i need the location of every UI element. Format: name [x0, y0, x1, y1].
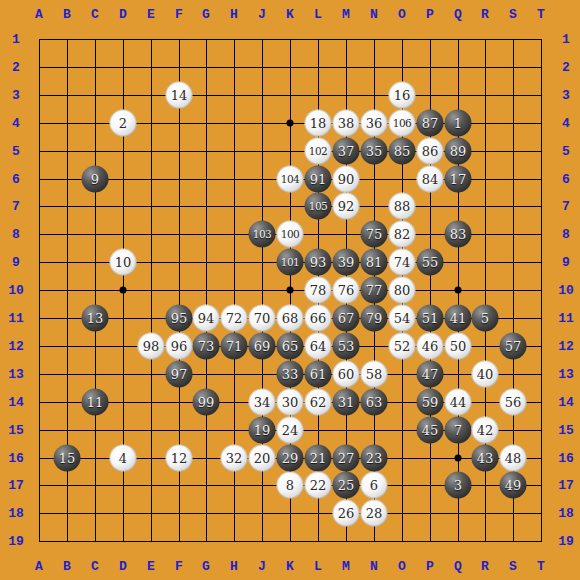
- stone-white-h11-move-72: 72: [221, 305, 248, 332]
- row-label-left: 10: [8, 284, 24, 297]
- stone-black-n9-move-81: 81: [361, 249, 388, 276]
- row-label-right: 13: [558, 368, 574, 381]
- stone-black-l16-move-21: 21: [305, 445, 332, 472]
- column-label-top: A: [35, 8, 43, 21]
- column-label-bottom: S: [509, 560, 517, 573]
- stone-black-c14-move-11: 11: [82, 389, 109, 416]
- stone-black-m11-move-67: 67: [333, 305, 360, 332]
- stone-black-k13-move-33: 33: [277, 361, 304, 388]
- stone-white-p5-move-86: 86: [417, 138, 444, 165]
- column-label-bottom: M: [342, 560, 350, 573]
- stone-black-o5-move-85: 85: [389, 138, 416, 165]
- column-label-top: G: [202, 8, 210, 21]
- stone-black-q11-move-41: 41: [445, 305, 472, 332]
- row-label-right: 12: [558, 340, 574, 353]
- column-label-top: M: [342, 8, 350, 21]
- row-label-right: 19: [558, 535, 574, 548]
- column-label-bottom: E: [147, 560, 155, 573]
- stone-black-h12-move-71: 71: [221, 333, 248, 360]
- stone-black-l7-move-105: 105: [305, 193, 332, 220]
- row-label-left: 4: [12, 117, 20, 130]
- column-label-top: D: [119, 8, 127, 21]
- stone-white-r15-move-42: 42: [472, 417, 499, 444]
- stone-white-m10-move-76: 76: [333, 277, 360, 304]
- row-label-left: 16: [8, 452, 24, 465]
- stone-black-m14-move-31: 31: [333, 389, 360, 416]
- stone-black-q6-move-17: 17: [445, 166, 472, 193]
- stone-black-m12-move-53: 53: [333, 333, 360, 360]
- stone-white-l17-move-22: 22: [305, 472, 332, 499]
- stone-white-m7-move-92: 92: [333, 193, 360, 220]
- row-label-right: 3: [562, 89, 570, 102]
- stone-black-n11-move-79: 79: [361, 305, 388, 332]
- stone-white-k11-move-68: 68: [277, 305, 304, 332]
- column-label-top: T: [537, 8, 545, 21]
- row-label-left: 1: [12, 33, 20, 46]
- row-label-left: 15: [8, 424, 24, 437]
- star-point-q10: [455, 287, 462, 294]
- stone-black-n10-move-77: 77: [361, 277, 388, 304]
- column-label-top: O: [398, 8, 406, 21]
- stone-white-h16-move-32: 32: [221, 445, 248, 472]
- column-label-top: R: [481, 8, 489, 21]
- grid-line: [39, 513, 542, 514]
- stone-black-m5-move-37: 37: [333, 138, 360, 165]
- row-label-right: 5: [562, 145, 570, 158]
- row-label-right: 2: [562, 61, 570, 74]
- column-label-top: H: [230, 8, 238, 21]
- stone-white-o11-move-54: 54: [389, 305, 416, 332]
- stone-white-n17-move-6: 6: [361, 472, 388, 499]
- row-label-right: 1: [562, 33, 570, 46]
- grid-line: [541, 39, 542, 542]
- stone-white-k6-move-104: 104: [277, 166, 304, 193]
- stone-black-l6-move-91: 91: [305, 166, 332, 193]
- stone-black-m9-move-39: 39: [333, 249, 360, 276]
- row-label-left: 18: [8, 507, 24, 520]
- stone-white-n13-move-58: 58: [361, 361, 388, 388]
- stone-white-f3-move-14: 14: [166, 82, 193, 109]
- stone-black-q4-move-1: 1: [445, 110, 472, 137]
- stone-black-c11-move-13: 13: [82, 305, 109, 332]
- column-label-bottom: K: [286, 560, 294, 573]
- stone-black-j8-move-103: 103: [249, 221, 276, 248]
- column-label-top: B: [63, 8, 71, 21]
- stone-white-k17-move-8: 8: [277, 472, 304, 499]
- column-label-bottom: A: [35, 560, 43, 573]
- stone-black-s12-move-57: 57: [500, 333, 527, 360]
- row-label-left: 19: [8, 535, 24, 548]
- column-label-bottom: T: [537, 560, 545, 573]
- stone-black-j12-move-69: 69: [249, 333, 276, 360]
- stone-white-l5-move-102: 102: [305, 138, 332, 165]
- stone-black-s17-move-49: 49: [500, 472, 527, 499]
- stone-white-k8-move-100: 100: [277, 221, 304, 248]
- stone-white-n18-move-28: 28: [361, 500, 388, 527]
- stone-white-n4-move-36: 36: [361, 110, 388, 137]
- stone-white-m13-move-60: 60: [333, 361, 360, 388]
- stone-white-l10-move-78: 78: [305, 277, 332, 304]
- column-label-top: S: [509, 8, 517, 21]
- row-label-right: 16: [558, 452, 574, 465]
- stone-white-m18-move-26: 26: [333, 500, 360, 527]
- stone-white-d4-move-2: 2: [110, 110, 137, 137]
- column-label-top: F: [175, 8, 183, 21]
- stone-black-p11-move-51: 51: [417, 305, 444, 332]
- stone-black-g12-move-73: 73: [193, 333, 220, 360]
- row-label-left: 6: [12, 173, 20, 186]
- go-board: AABBCCDDEEFFGGHHJJKKLLMMNNOOPPQQRRSSTT11…: [0, 0, 580, 580]
- star-point-d10: [120, 287, 127, 294]
- stone-black-r11-move-5: 5: [472, 305, 499, 332]
- stone-white-j11-move-70: 70: [249, 305, 276, 332]
- stone-white-j16-move-20: 20: [249, 445, 276, 472]
- column-label-top: N: [370, 8, 378, 21]
- stone-white-l4-move-18: 18: [305, 110, 332, 137]
- row-label-right: 4: [562, 117, 570, 130]
- row-label-right: 18: [558, 507, 574, 520]
- stone-black-q8-move-83: 83: [445, 221, 472, 248]
- row-label-right: 11: [558, 312, 574, 325]
- row-label-left: 17: [8, 479, 24, 492]
- column-label-bottom: R: [481, 560, 489, 573]
- stone-white-o7-move-88: 88: [389, 193, 416, 220]
- stone-black-p9-move-55: 55: [417, 249, 444, 276]
- stone-white-g11-move-94: 94: [193, 305, 220, 332]
- stone-black-k12-move-65: 65: [277, 333, 304, 360]
- row-label-left: 7: [12, 200, 20, 213]
- stone-black-q5-move-89: 89: [445, 138, 472, 165]
- stone-white-s14-move-56: 56: [500, 389, 527, 416]
- column-label-bottom: H: [230, 560, 238, 573]
- row-label-right: 15: [558, 424, 574, 437]
- stone-black-n5-move-35: 35: [361, 138, 388, 165]
- grid-line: [39, 541, 542, 542]
- stone-white-o8-move-82: 82: [389, 221, 416, 248]
- column-label-bottom: D: [119, 560, 127, 573]
- star-point-k4: [287, 120, 294, 127]
- column-label-top: C: [91, 8, 99, 21]
- column-label-bottom: L: [314, 560, 322, 573]
- stone-black-m16-move-27: 27: [333, 445, 360, 472]
- row-label-left: 12: [8, 340, 24, 353]
- column-label-top: E: [147, 8, 155, 21]
- stone-black-l13-move-61: 61: [305, 361, 332, 388]
- column-label-bottom: Q: [454, 560, 462, 573]
- row-label-right: 10: [558, 284, 574, 297]
- stone-white-d16-move-4: 4: [110, 445, 137, 472]
- stone-white-s16-move-48: 48: [500, 445, 527, 472]
- stone-black-q17-move-3: 3: [445, 472, 472, 499]
- stone-white-d9-move-10: 10: [110, 249, 137, 276]
- stone-white-m6-move-90: 90: [333, 166, 360, 193]
- stone-black-r16-move-43: 43: [472, 445, 499, 472]
- stone-white-p12-move-46: 46: [417, 333, 444, 360]
- stone-black-f11-move-95: 95: [166, 305, 193, 332]
- column-label-bottom: C: [91, 560, 99, 573]
- stone-white-l14-move-62: 62: [305, 389, 332, 416]
- stone-white-l11-move-66: 66: [305, 305, 332, 332]
- stone-white-r13-move-40: 40: [472, 361, 499, 388]
- row-label-right: 9: [562, 256, 570, 269]
- column-label-top: Q: [454, 8, 462, 21]
- stone-black-c6-move-9: 9: [82, 166, 109, 193]
- stone-black-p15-move-45: 45: [417, 417, 444, 444]
- star-point-q16: [455, 455, 462, 462]
- stone-white-q12-move-50: 50: [445, 333, 472, 360]
- row-label-left: 13: [8, 368, 24, 381]
- stone-white-p6-move-84: 84: [417, 166, 444, 193]
- column-label-bottom: N: [370, 560, 378, 573]
- row-label-left: 8: [12, 228, 20, 241]
- star-point-k10: [287, 287, 294, 294]
- stone-black-k16-move-29: 29: [277, 445, 304, 472]
- stone-black-g14-move-99: 99: [193, 389, 220, 416]
- column-label-top: L: [314, 8, 322, 21]
- stone-black-p4-move-87: 87: [417, 110, 444, 137]
- stone-white-k14-move-30: 30: [277, 389, 304, 416]
- stone-black-b16-move-15: 15: [54, 445, 81, 472]
- column-label-bottom: P: [426, 560, 434, 573]
- stone-white-o4-move-106: 106: [389, 110, 416, 137]
- stone-white-o3-move-16: 16: [389, 82, 416, 109]
- row-label-right: 6: [562, 173, 570, 186]
- column-label-top: P: [426, 8, 434, 21]
- row-label-left: 14: [8, 396, 24, 409]
- stone-white-e12-move-98: 98: [138, 333, 165, 360]
- stone-black-j15-move-19: 19: [249, 417, 276, 444]
- column-label-bottom: F: [175, 560, 183, 573]
- row-label-right: 14: [558, 396, 574, 409]
- stone-white-k15-move-24: 24: [277, 417, 304, 444]
- row-label-right: 17: [558, 479, 574, 492]
- row-label-left: 11: [8, 312, 24, 325]
- column-label-bottom: B: [63, 560, 71, 573]
- stone-white-j14-move-34: 34: [249, 389, 276, 416]
- stone-white-q14-move-44: 44: [445, 389, 472, 416]
- stone-black-p13-move-47: 47: [417, 361, 444, 388]
- row-label-left: 3: [12, 89, 20, 102]
- stone-white-l12-move-64: 64: [305, 333, 332, 360]
- stone-black-f13-move-97: 97: [166, 361, 193, 388]
- stone-white-o10-move-80: 80: [389, 277, 416, 304]
- column-label-bottom: O: [398, 560, 406, 573]
- row-label-right: 8: [562, 228, 570, 241]
- stone-black-q15-move-7: 7: [445, 417, 472, 444]
- row-label-left: 2: [12, 61, 20, 74]
- stone-white-f12-move-96: 96: [166, 333, 193, 360]
- column-label-top: K: [286, 8, 294, 21]
- column-label-bottom: G: [202, 560, 210, 573]
- row-label-left: 5: [12, 145, 20, 158]
- stone-black-n16-move-23: 23: [361, 445, 388, 472]
- stone-white-m4-move-38: 38: [333, 110, 360, 137]
- stone-black-m17-move-25: 25: [333, 472, 360, 499]
- column-label-bottom: J: [258, 560, 266, 573]
- column-label-top: J: [258, 8, 266, 21]
- stone-white-f16-move-12: 12: [166, 445, 193, 472]
- row-label-right: 7: [562, 200, 570, 213]
- stone-black-n14-move-63: 63: [361, 389, 388, 416]
- stone-black-k9-move-101: 101: [277, 249, 304, 276]
- stone-black-n8-move-75: 75: [361, 221, 388, 248]
- row-label-left: 9: [12, 256, 20, 269]
- stone-white-o9-move-74: 74: [389, 249, 416, 276]
- stone-black-l9-move-93: 93: [305, 249, 332, 276]
- stone-black-p14-move-59: 59: [417, 389, 444, 416]
- stone-white-o12-move-52: 52: [389, 333, 416, 360]
